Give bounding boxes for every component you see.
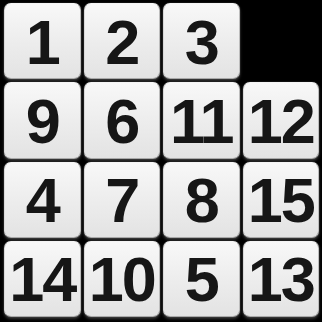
tile-12-label: 12 [248,90,314,153]
tile-14[interactable]: 14 [4,241,81,317]
tile-5[interactable]: 5 [163,241,240,317]
tile-9[interactable]: 9 [4,82,81,158]
tile-3[interactable]: 3 [163,3,240,79]
tile-1-label: 1 [26,11,59,74]
tile-15[interactable]: 15 [243,162,320,238]
tile-7-label: 7 [105,169,138,232]
tile-5-label: 5 [185,248,218,311]
puzzle-board: 1 2 3 9 6 11 12 4 7 8 15 14 10 5 13 [0,0,322,322]
puzzle-screen: 1 2 3 9 6 11 12 4 7 8 15 14 10 5 13 [0,0,322,322]
tile-4-label: 4 [26,169,59,232]
tile-7[interactable]: 7 [84,162,161,238]
tile-6[interactable]: 6 [84,82,161,158]
tile-14-label: 14 [9,248,75,311]
tile-2[interactable]: 2 [84,3,161,79]
tile-8-label: 8 [185,169,218,232]
tile-13[interactable]: 13 [243,241,320,317]
empty-cell [243,3,320,79]
tile-10-label: 10 [89,248,155,311]
tile-15-label: 15 [248,169,314,232]
tile-10[interactable]: 10 [84,241,161,317]
tile-9-label: 9 [26,90,59,153]
tile-3-label: 3 [185,11,218,74]
tile-6-label: 6 [105,90,138,153]
tile-11-label: 11 [170,90,233,153]
tile-11[interactable]: 11 [163,82,240,158]
tile-12[interactable]: 12 [243,82,320,158]
tile-1[interactable]: 1 [4,3,81,79]
tile-13-label: 13 [248,248,314,311]
tile-2-label: 2 [105,11,138,74]
tile-8[interactable]: 8 [163,162,240,238]
tile-4[interactable]: 4 [4,162,81,238]
